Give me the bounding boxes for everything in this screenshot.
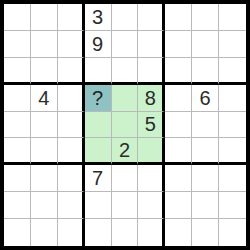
cell-r5c5[interactable] xyxy=(112,112,139,139)
cell-r7c5[interactable] xyxy=(112,165,139,192)
cell-r7c4[interactable]: 7 xyxy=(85,165,112,192)
cell-r9c3[interactable] xyxy=(58,219,85,246)
cell-r8c8[interactable] xyxy=(192,192,219,219)
cell-r4c8[interactable]: 6 xyxy=(192,85,219,112)
cell-r6c8[interactable] xyxy=(192,138,219,165)
cell-r2c2[interactable] xyxy=(31,31,58,58)
cell-r6c5[interactable]: 2 xyxy=(112,138,139,165)
cell-r8c3[interactable] xyxy=(58,192,85,219)
cell-r6c7[interactable] xyxy=(165,138,192,165)
cell-r6c3[interactable] xyxy=(58,138,85,165)
cell-r3c4[interactable] xyxy=(85,58,112,85)
cell-r7c8[interactable] xyxy=(192,165,219,192)
cell-r1c6[interactable] xyxy=(138,4,165,31)
cell-r2c8[interactable] xyxy=(192,31,219,58)
cell-r8c4[interactable] xyxy=(85,192,112,219)
cell-r9c5[interactable] xyxy=(112,219,139,246)
cell-r1c2[interactable] xyxy=(31,4,58,31)
cell-r4c3[interactable] xyxy=(58,85,85,112)
cell-r1c9[interactable] xyxy=(219,4,246,31)
cell-r7c9[interactable] xyxy=(219,165,246,192)
cell-r7c3[interactable] xyxy=(58,165,85,192)
cell-r3c9[interactable] xyxy=(219,58,246,85)
cell-r6c6[interactable] xyxy=(138,138,165,165)
cell-r2c5[interactable] xyxy=(112,31,139,58)
cell-r6c9[interactable] xyxy=(219,138,246,165)
cell-r2c3[interactable] xyxy=(58,31,85,58)
cell-r9c4[interactable] xyxy=(85,219,112,246)
cell-r9c7[interactable] xyxy=(165,219,192,246)
cell-r5c4[interactable] xyxy=(85,112,112,139)
cell-r5c8[interactable] xyxy=(192,112,219,139)
cell-r5c7[interactable] xyxy=(165,112,192,139)
query-cell-r4c4[interactable]: ? xyxy=(85,85,112,112)
cell-r1c5[interactable] xyxy=(112,4,139,31)
cell-r8c2[interactable] xyxy=(31,192,58,219)
cell-r7c2[interactable] xyxy=(31,165,58,192)
cell-r6c1[interactable] xyxy=(4,138,31,165)
cell-r6c4[interactable] xyxy=(85,138,112,165)
cell-r2c4[interactable]: 9 xyxy=(85,31,112,58)
cell-r4c2[interactable]: 4 xyxy=(31,85,58,112)
cell-r1c1[interactable] xyxy=(4,4,31,31)
cell-r3c6[interactable] xyxy=(138,58,165,85)
cell-r2c6[interactable] xyxy=(138,31,165,58)
cell-r3c5[interactable] xyxy=(112,58,139,85)
cell-r8c9[interactable] xyxy=(219,192,246,219)
cell-r1c4[interactable]: 3 xyxy=(85,4,112,31)
cell-r5c2[interactable] xyxy=(31,112,58,139)
cell-r9c2[interactable] xyxy=(31,219,58,246)
cell-r8c5[interactable] xyxy=(112,192,139,219)
cell-r1c7[interactable] xyxy=(165,4,192,31)
cell-r9c6[interactable] xyxy=(138,219,165,246)
cell-r7c1[interactable] xyxy=(4,165,31,192)
cell-r9c9[interactable] xyxy=(219,219,246,246)
cell-r4c5[interactable] xyxy=(112,85,139,112)
cell-r4c6[interactable]: 8 xyxy=(138,85,165,112)
cell-r8c6[interactable] xyxy=(138,192,165,219)
cell-r4c9[interactable] xyxy=(219,85,246,112)
cell-r8c7[interactable] xyxy=(165,192,192,219)
cell-r4c1[interactable] xyxy=(4,85,31,112)
cell-r5c1[interactable] xyxy=(4,112,31,139)
cell-r3c8[interactable] xyxy=(192,58,219,85)
cell-r9c8[interactable] xyxy=(192,219,219,246)
cell-r3c7[interactable] xyxy=(165,58,192,85)
cell-r9c1[interactable] xyxy=(4,219,31,246)
cell-r4c7[interactable] xyxy=(165,85,192,112)
cell-r2c7[interactable] xyxy=(165,31,192,58)
cell-r7c7[interactable] xyxy=(165,165,192,192)
cell-r7c6[interactable] xyxy=(138,165,165,192)
cell-r3c2[interactable] xyxy=(31,58,58,85)
cell-r5c3[interactable] xyxy=(58,112,85,139)
cell-r5c9[interactable] xyxy=(219,112,246,139)
cell-r6c2[interactable] xyxy=(31,138,58,165)
cell-r8c1[interactable] xyxy=(4,192,31,219)
cell-r1c3[interactable] xyxy=(58,4,85,31)
cell-r5c6[interactable]: 5 xyxy=(138,112,165,139)
cell-r2c1[interactable] xyxy=(4,31,31,58)
cell-r2c9[interactable] xyxy=(219,31,246,58)
cell-r1c8[interactable] xyxy=(192,4,219,31)
sudoku-board: 394?86527 xyxy=(0,0,250,250)
cell-r3c1[interactable] xyxy=(4,58,31,85)
cell-r3c3[interactable] xyxy=(58,58,85,85)
